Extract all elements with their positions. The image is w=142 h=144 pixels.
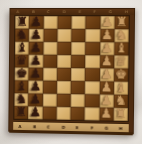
square[interactable] (57, 55, 71, 68)
square[interactable]: ♟ (99, 107, 114, 120)
white-pawn-piece[interactable]: ♟ (100, 106, 112, 119)
square[interactable] (86, 16, 100, 29)
square[interactable] (85, 94, 99, 107)
photo-background: ABCDEFGH ♜♟♟♜♞♟♟♞♝♟♟♝♛♟♟♛♚♟♟♚♝♟♟♝♞♟♟♞♜♟♟… (0, 0, 142, 144)
square[interactable]: ♟ (28, 106, 42, 119)
square[interactable] (57, 16, 71, 29)
coord-label: H (119, 126, 123, 130)
square[interactable] (42, 94, 56, 107)
square[interactable] (43, 68, 57, 81)
square[interactable] (71, 55, 85, 68)
square[interactable] (57, 81, 71, 94)
square[interactable] (86, 29, 100, 42)
square[interactable] (85, 55, 99, 68)
coord-label: F (93, 10, 95, 14)
square[interactable] (71, 68, 85, 81)
coord-label: C (47, 10, 50, 14)
square[interactable] (57, 29, 71, 42)
square[interactable]: ♜ (113, 108, 128, 121)
square[interactable] (85, 81, 99, 94)
square[interactable] (56, 94, 70, 107)
square[interactable] (43, 42, 57, 55)
board-grid: ♜♟♟♜♞♟♟♞♝♟♟♝♛♟♟♛♚♟♟♚♝♟♟♝♞♟♟♞♜♟♟♜ (14, 16, 129, 121)
square[interactable] (71, 42, 85, 55)
coord-label: E (76, 125, 79, 129)
coord-label: F (90, 125, 93, 129)
black-pawn-piece[interactable]: ♟ (29, 105, 41, 118)
square[interactable] (85, 107, 99, 120)
square[interactable] (85, 68, 99, 81)
square[interactable] (71, 94, 85, 107)
square[interactable] (85, 42, 99, 55)
square[interactable] (43, 81, 57, 94)
black-rook-piece[interactable]: ♜ (16, 105, 28, 118)
square[interactable] (43, 16, 57, 29)
square[interactable] (70, 107, 84, 120)
coord-label: B (33, 124, 36, 128)
square[interactable] (71, 16, 85, 29)
square[interactable] (43, 55, 57, 68)
square[interactable] (71, 29, 85, 42)
square[interactable] (56, 107, 70, 120)
coord-label: G (104, 126, 108, 130)
coord-label: D (61, 125, 65, 129)
square[interactable] (57, 68, 71, 81)
square[interactable] (57, 42, 71, 55)
white-rook-piece[interactable]: ♜ (115, 107, 127, 120)
coord-label: E (78, 10, 80, 14)
chess-board: ABCDEFGH ♜♟♟♜♞♟♟♞♝♟♟♝♛♟♟♛♚♟♟♚♝♟♟♝♞♟♟♞♜♟♟… (8, 8, 135, 134)
coord-label: C (47, 124, 50, 128)
square[interactable] (42, 107, 56, 120)
square[interactable] (43, 29, 57, 42)
board-grid-wrap: ♜♟♟♜♞♟♟♞♝♟♟♝♛♟♟♛♚♟♟♚♝♟♟♝♞♟♟♞♜♟♟♜ (13, 15, 130, 122)
square[interactable]: ♜ (14, 106, 28, 119)
coord-label: A (19, 124, 22, 128)
coord-label: D (63, 10, 66, 14)
square[interactable] (71, 81, 85, 94)
